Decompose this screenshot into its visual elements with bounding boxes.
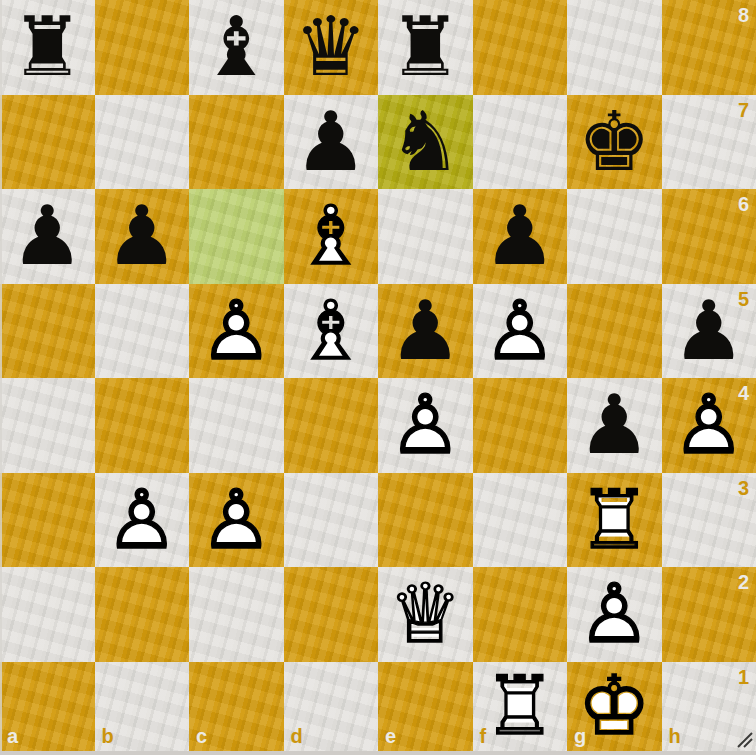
square-g2[interactable]: ♟♙: [567, 567, 662, 662]
piece-black-king-icon[interactable]: ♚: [567, 95, 662, 190]
piece-black-rook-icon[interactable]: ♜: [378, 0, 473, 95]
square-d4[interactable]: [284, 378, 379, 473]
square-b1[interactable]: b: [95, 662, 190, 752]
piece-black-pawn-icon[interactable]: ♟: [95, 189, 190, 284]
piece-white-rook-icon[interactable]: ♜♖: [473, 662, 568, 752]
square-b8[interactable]: [95, 0, 190, 95]
square-a1[interactable]: a: [0, 662, 95, 752]
square-c6[interactable]: [189, 189, 284, 284]
square-f7[interactable]: [473, 95, 568, 190]
file-label-a: a: [7, 726, 18, 746]
square-d8[interactable]: ♛: [284, 0, 379, 95]
square-f3[interactable]: [473, 473, 568, 568]
piece-white-bishop-icon[interactable]: ♝♗: [284, 189, 379, 284]
square-h4[interactable]: ♟♙4: [662, 378, 756, 473]
chess-board: ♜♝♛♜8♟♞♚7♟♟♝♗♟6♟♙♝♗♟♟♙♟5♟♙♟♟♙4♟♙♟♙♜♖3♛♕♟…: [0, 0, 756, 751]
piece-white-pawn-icon[interactable]: ♟♙: [95, 473, 190, 568]
square-g4[interactable]: ♟: [567, 378, 662, 473]
square-f1[interactable]: ♜♖f: [473, 662, 568, 752]
file-label-c: c: [196, 726, 207, 746]
piece-white-pawn-icon[interactable]: ♟♙: [567, 567, 662, 662]
piece-black-pawn-icon[interactable]: ♟: [567, 378, 662, 473]
piece-white-pawn-icon[interactable]: ♟♙: [378, 378, 473, 473]
square-a3[interactable]: [0, 473, 95, 568]
square-g8[interactable]: [567, 0, 662, 95]
piece-white-bishop-icon[interactable]: ♝♗: [284, 284, 379, 379]
rank-label-1: 1: [738, 667, 749, 687]
rank-label-7: 7: [738, 100, 749, 120]
square-h5[interactable]: ♟5: [662, 284, 756, 379]
piece-white-pawn-icon[interactable]: ♟♙: [189, 284, 284, 379]
square-h6[interactable]: 6: [662, 189, 756, 284]
square-g1[interactable]: ♚♔g: [567, 662, 662, 752]
file-label-g: g: [574, 726, 586, 746]
square-d5[interactable]: ♝♗: [284, 284, 379, 379]
square-d1[interactable]: d: [284, 662, 379, 752]
piece-black-bishop-icon[interactable]: ♝: [189, 0, 284, 95]
file-label-e: e: [385, 726, 396, 746]
piece-black-rook-icon[interactable]: ♜: [0, 0, 95, 95]
chess-board-app: ♜♝♛♜8♟♞♚7♟♟♝♗♟6♟♙♝♗♟♟♙♟5♟♙♟♟♙4♟♙♟♙♜♖3♛♕♟…: [0, 0, 756, 755]
board-resize-handle-icon[interactable]: [732, 727, 754, 749]
square-b2[interactable]: [95, 567, 190, 662]
rank-label-5: 5: [738, 289, 749, 309]
piece-black-queen-icon[interactable]: ♛: [284, 0, 379, 95]
square-h7[interactable]: 7: [662, 95, 756, 190]
square-e8[interactable]: ♜: [378, 0, 473, 95]
square-f8[interactable]: [473, 0, 568, 95]
rank-label-6: 6: [738, 194, 749, 214]
piece-black-pawn-icon[interactable]: ♟: [378, 284, 473, 379]
square-c3[interactable]: ♟♙: [189, 473, 284, 568]
square-g6[interactable]: [567, 189, 662, 284]
piece-black-knight-icon[interactable]: ♞: [378, 95, 473, 190]
square-a4[interactable]: [0, 378, 95, 473]
square-d2[interactable]: [284, 567, 379, 662]
square-c1[interactable]: c: [189, 662, 284, 752]
square-d3[interactable]: [284, 473, 379, 568]
square-f5[interactable]: ♟♙: [473, 284, 568, 379]
square-b5[interactable]: [95, 284, 190, 379]
file-label-d: d: [291, 726, 303, 746]
square-e6[interactable]: [378, 189, 473, 284]
square-h2[interactable]: 2: [662, 567, 756, 662]
square-f4[interactable]: [473, 378, 568, 473]
piece-white-pawn-icon[interactable]: ♟♙: [189, 473, 284, 568]
square-e7[interactable]: ♞: [378, 95, 473, 190]
square-b4[interactable]: [95, 378, 190, 473]
rank-label-8: 8: [738, 5, 749, 25]
square-c4[interactable]: [189, 378, 284, 473]
square-a7[interactable]: [0, 95, 95, 190]
rank-label-4: 4: [738, 383, 749, 403]
square-h3[interactable]: 3: [662, 473, 756, 568]
piece-black-pawn-icon[interactable]: ♟: [473, 189, 568, 284]
square-d7[interactable]: ♟: [284, 95, 379, 190]
square-c5[interactable]: ♟♙: [189, 284, 284, 379]
file-label-h: h: [669, 726, 681, 746]
square-a2[interactable]: [0, 567, 95, 662]
square-b6[interactable]: ♟: [95, 189, 190, 284]
square-g3[interactable]: ♜♖: [567, 473, 662, 568]
file-label-f: f: [480, 726, 487, 746]
square-d6[interactable]: ♝♗: [284, 189, 379, 284]
piece-white-rook-icon[interactable]: ♜♖: [567, 473, 662, 568]
square-e2[interactable]: ♛♕: [378, 567, 473, 662]
square-b7[interactable]: [95, 95, 190, 190]
piece-black-pawn-icon[interactable]: ♟: [0, 189, 95, 284]
square-a6[interactable]: ♟: [0, 189, 95, 284]
square-e4[interactable]: ♟♙: [378, 378, 473, 473]
page-edge-bottom: [0, 751, 756, 755]
square-g7[interactable]: ♚: [567, 95, 662, 190]
square-h8[interactable]: 8: [662, 0, 756, 95]
square-e1[interactable]: e: [378, 662, 473, 752]
square-g5[interactable]: [567, 284, 662, 379]
piece-white-queen-icon[interactable]: ♛♕: [378, 567, 473, 662]
square-b3[interactable]: ♟♙: [95, 473, 190, 568]
file-label-b: b: [102, 726, 114, 746]
square-f6[interactable]: ♟: [473, 189, 568, 284]
square-f2[interactable]: [473, 567, 568, 662]
square-e3[interactable]: [378, 473, 473, 568]
square-c8[interactable]: ♝: [189, 0, 284, 95]
square-e5[interactable]: ♟: [378, 284, 473, 379]
piece-black-pawn-icon[interactable]: ♟: [284, 95, 379, 190]
square-c2[interactable]: [189, 567, 284, 662]
rank-label-2: 2: [738, 572, 749, 592]
rank-label-3: 3: [738, 478, 749, 498]
square-a8[interactable]: ♜: [0, 0, 95, 95]
square-c7[interactable]: [189, 95, 284, 190]
square-a5[interactable]: [0, 284, 95, 379]
page-edge-left: [0, 0, 2, 755]
piece-white-pawn-icon[interactable]: ♟♙: [473, 284, 568, 379]
